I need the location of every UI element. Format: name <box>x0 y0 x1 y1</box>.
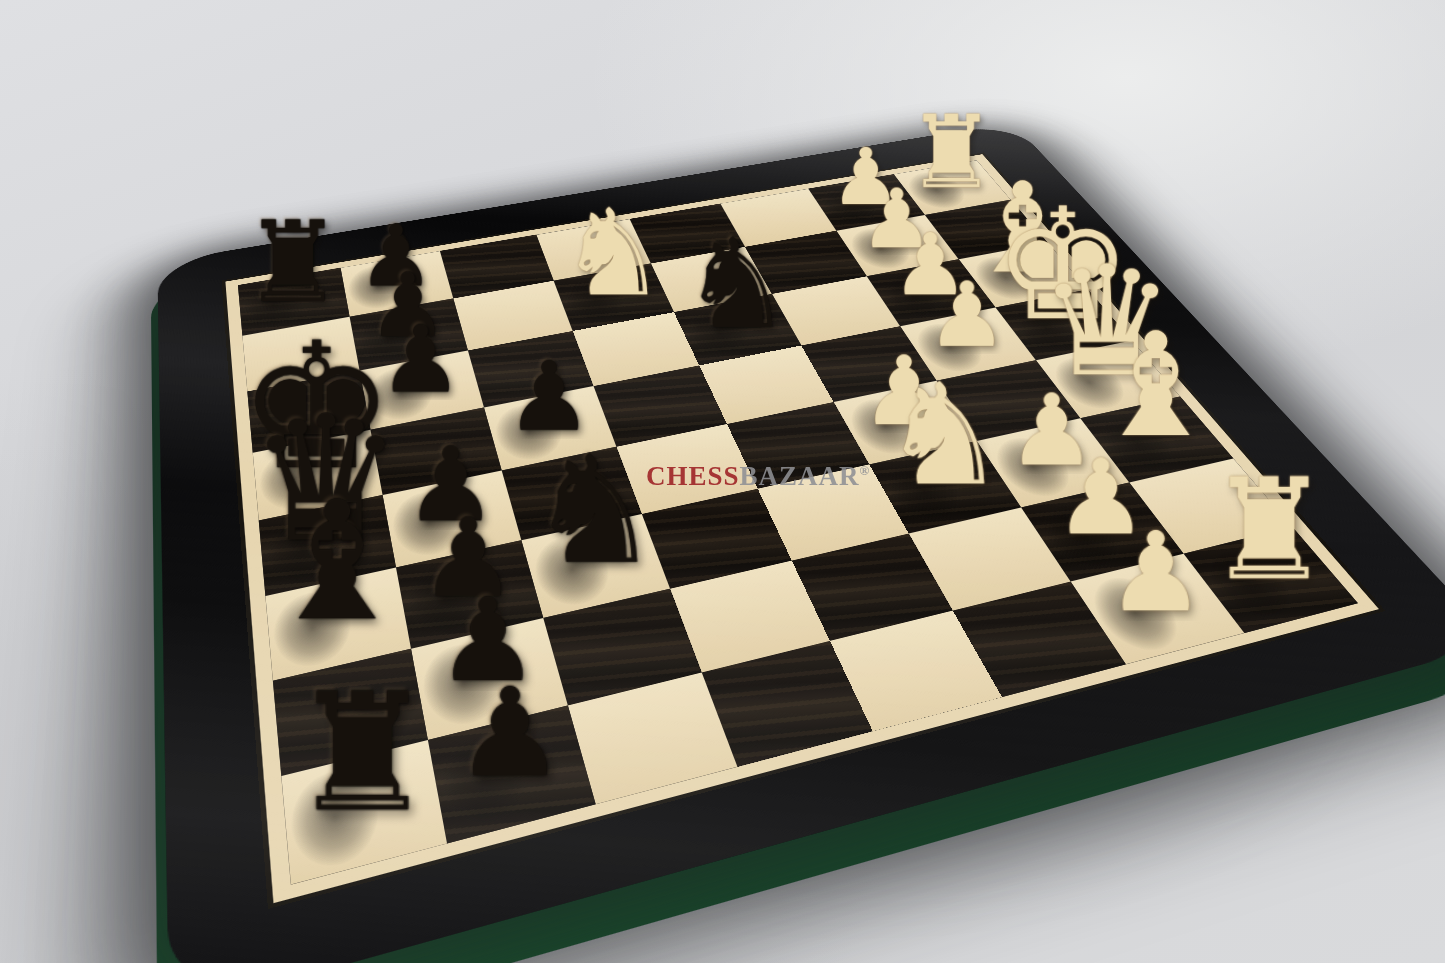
black-rook-glyph: ♜ <box>243 211 343 314</box>
black-rook-glyph: ♜ <box>290 678 436 828</box>
black-knight-glyph: ♞ <box>528 442 662 579</box>
watermark-text-bazaar: BAZAAR <box>740 461 860 491</box>
square-a8[interactable]: ♜ <box>281 740 447 885</box>
black-knight-glyph: ♞ <box>681 228 792 342</box>
white-rook-glyph: ♜ <box>1207 465 1332 593</box>
watermark-text-chess: CHESS <box>646 461 740 491</box>
square-g5[interactable]: ♞ <box>554 263 674 330</box>
board-playing-field: ♜♝♚♛♝♜♟♟♟♟♟♟♟♟♞♞♞♟♞♟♟♟♟♟♟♟♜♚♛♝♜ <box>238 160 1358 884</box>
white-knight-glyph: ♞ <box>881 371 1007 500</box>
black-bishop-glyph: ♝ <box>263 487 411 639</box>
chessbazaar-watermark: CHESSBAZAAR® <box>646 461 869 492</box>
chess-board: ♜♝♚♛♝♜♟♟♟♟♟♟♟♟♞♞♞♟♞♟♟♟♟♟♟♟♜♚♛♝♜ <box>157 122 1445 963</box>
product-photo-scene: ♜♝♚♛♝♜♟♟♟♟♟♟♟♟♞♞♞♟♞♟♟♟♟♟♟♟♜♚♛♝♜ CHESSBAZ… <box>0 0 1445 963</box>
white-bishop-glyph: ♝ <box>1091 320 1220 452</box>
square-a1[interactable]: ♜ <box>1184 527 1358 633</box>
white-knight-glyph: ♞ <box>559 198 667 309</box>
registered-trademark-icon: ® <box>860 463 870 478</box>
